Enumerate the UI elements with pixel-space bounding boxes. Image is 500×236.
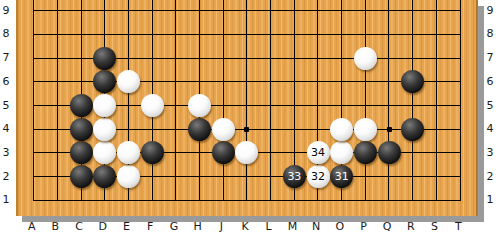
coord-left-9: 9 — [0, 4, 12, 18]
intersection-S1[interactable] — [425, 188, 449, 212]
intersection-G4[interactable] — [164, 117, 188, 141]
intersection-S5[interactable] — [425, 94, 449, 118]
intersection-J8[interactable] — [211, 23, 235, 47]
intersection-Q1[interactable] — [377, 188, 401, 212]
intersection-F6[interactable] — [140, 70, 164, 94]
move-number-label: 32 — [311, 165, 325, 188]
intersection-B4[interactable] — [46, 117, 70, 141]
intersection-O9[interactable] — [330, 0, 354, 23]
intersection-N5[interactable] — [306, 94, 330, 118]
intersection-Q7[interactable] — [377, 46, 401, 70]
intersection-H6[interactable] — [188, 70, 212, 94]
intersection-R3[interactable] — [401, 141, 425, 165]
intersection-B6[interactable] — [46, 70, 70, 94]
intersection-L8[interactable] — [259, 23, 283, 47]
intersection-H7[interactable] — [188, 46, 212, 70]
intersection-L3[interactable] — [259, 141, 283, 165]
intersection-B3[interactable] — [46, 141, 70, 165]
move-number-label: 33 — [287, 165, 301, 188]
intersection-A5[interactable] — [22, 94, 46, 118]
intersection-C7[interactable] — [69, 46, 93, 70]
intersection-R1[interactable] — [401, 188, 425, 212]
intersection-B9[interactable] — [46, 0, 70, 23]
intersection-J9[interactable] — [211, 0, 235, 23]
intersection-A1[interactable] — [22, 188, 46, 212]
white-stone-P7 — [354, 47, 377, 70]
intersection-M3[interactable] — [282, 141, 306, 165]
intersection-P5[interactable] — [353, 94, 377, 118]
intersection-R2[interactable] — [401, 165, 425, 189]
intersection-G3[interactable] — [164, 141, 188, 165]
black-stone-M2-move-33: 33 — [283, 165, 306, 188]
intersection-M7[interactable] — [282, 46, 306, 70]
intersection-L2[interactable] — [259, 165, 283, 189]
intersection-E9[interactable] — [117, 0, 141, 23]
intersection-Q2[interactable] — [377, 165, 401, 189]
black-stone-D7 — [93, 47, 116, 70]
coord-bottom-R: R — [399, 220, 423, 233]
intersection-E4[interactable] — [117, 117, 141, 141]
intersection-D1[interactable] — [93, 188, 117, 212]
intersection-L1[interactable] — [259, 188, 283, 212]
intersection-F2[interactable] — [140, 165, 164, 189]
intersection-M8[interactable] — [282, 23, 306, 47]
intersection-S3[interactable] — [425, 141, 449, 165]
intersection-T9[interactable] — [448, 0, 472, 23]
white-stone-P4 — [354, 118, 377, 141]
intersection-M9[interactable] — [282, 0, 306, 23]
intersection-Q5[interactable] — [377, 94, 401, 118]
intersection-B8[interactable] — [46, 23, 70, 47]
intersection-F8[interactable] — [140, 23, 164, 47]
intersection-G6[interactable] — [164, 70, 188, 94]
coord-bottom-G: G — [162, 220, 186, 233]
intersection-T8[interactable] — [448, 23, 472, 47]
coord-left-6: 6 — [0, 75, 12, 89]
white-stone-N2-move-32: 32 — [307, 165, 330, 188]
intersection-H3[interactable] — [188, 141, 212, 165]
star-point-Q4 — [387, 127, 392, 132]
intersection-N4[interactable] — [306, 117, 330, 141]
intersection-Q6[interactable] — [377, 70, 401, 94]
intersection-D9[interactable] — [93, 0, 117, 23]
intersection-J7[interactable] — [211, 46, 235, 70]
intersection-N7[interactable] — [306, 46, 330, 70]
intersection-H1[interactable] — [188, 188, 212, 212]
black-stone-C2 — [70, 165, 93, 188]
coord-left-1: 1 — [0, 193, 12, 207]
white-stone-N3-move-34: 34 — [307, 141, 330, 164]
intersection-G2[interactable] — [164, 165, 188, 189]
intersection-A4[interactable] — [22, 117, 46, 141]
intersection-B1[interactable] — [46, 188, 70, 212]
coord-bottom-N: N — [304, 220, 328, 233]
white-stone-H5 — [188, 94, 211, 117]
intersection-S2[interactable] — [425, 165, 449, 189]
star-point-K4 — [244, 127, 249, 132]
move-number-label: 31 — [335, 165, 349, 188]
intersection-O7[interactable] — [330, 46, 354, 70]
coord-bottom-T: T — [446, 220, 470, 233]
intersection-F7[interactable] — [140, 46, 164, 70]
coord-bottom-L: L — [257, 220, 281, 233]
coord-right-7: 7 — [483, 51, 497, 65]
intersection-N9[interactable] — [306, 0, 330, 23]
coord-right-6: 6 — [483, 75, 497, 89]
intersection-K1[interactable] — [235, 188, 259, 212]
intersection-G1[interactable] — [164, 188, 188, 212]
intersection-K8[interactable] — [235, 23, 259, 47]
white-stone-F5 — [141, 94, 164, 117]
intersection-J1[interactable] — [211, 188, 235, 212]
intersection-O5[interactable] — [330, 94, 354, 118]
intersection-S7[interactable] — [425, 46, 449, 70]
intersection-S4[interactable] — [425, 117, 449, 141]
intersection-L5[interactable] — [259, 94, 283, 118]
intersection-Q8[interactable] — [377, 23, 401, 47]
coord-left-4: 4 — [0, 122, 12, 136]
intersection-S8[interactable] — [425, 23, 449, 47]
intersection-P9[interactable] — [353, 0, 377, 23]
intersection-L7[interactable] — [259, 46, 283, 70]
intersection-A3[interactable] — [22, 141, 46, 165]
intersection-K5[interactable] — [235, 94, 259, 118]
black-stone-F3 — [141, 141, 164, 164]
coord-right-8: 8 — [483, 27, 497, 41]
black-stone-C5 — [70, 94, 93, 117]
intersection-B2[interactable] — [46, 165, 70, 189]
coord-right-4: 4 — [483, 122, 497, 136]
coord-bottom-H: H — [186, 220, 210, 233]
intersection-B5[interactable] — [46, 94, 70, 118]
move-number-label: 34 — [311, 141, 325, 164]
intersection-E8[interactable] — [117, 23, 141, 47]
intersection-N8[interactable] — [306, 23, 330, 47]
intersection-M5[interactable] — [282, 94, 306, 118]
intersection-D8[interactable] — [93, 23, 117, 47]
intersection-M1[interactable] — [282, 188, 306, 212]
white-stone-D4 — [93, 118, 116, 141]
intersection-E1[interactable] — [117, 188, 141, 212]
intersection-C1[interactable] — [69, 188, 93, 212]
coord-left-7: 7 — [0, 51, 12, 65]
intersection-K7[interactable] — [235, 46, 259, 70]
intersection-T7[interactable] — [448, 46, 472, 70]
black-stone-H4 — [188, 118, 211, 141]
coord-bottom-J: J — [209, 220, 233, 233]
coord-right-1: 1 — [483, 193, 497, 207]
coord-right-9: 9 — [483, 4, 497, 18]
coord-right-2: 2 — [483, 170, 497, 184]
coord-bottom-P: P — [352, 220, 376, 233]
intersection-P6[interactable] — [353, 70, 377, 94]
coord-bottom-B: B — [44, 220, 68, 233]
intersection-O6[interactable] — [330, 70, 354, 94]
intersection-P8[interactable] — [353, 23, 377, 47]
intersection-S6[interactable] — [425, 70, 449, 94]
go-board[interactable]: 33313234 — [16, 0, 479, 216]
intersection-R8[interactable] — [401, 23, 425, 47]
intersection-S9[interactable] — [425, 0, 449, 23]
intersection-H8[interactable] — [188, 23, 212, 47]
black-stone-Q3 — [378, 141, 401, 164]
intersection-M6[interactable] — [282, 70, 306, 94]
black-stone-C4 — [70, 118, 93, 141]
intersection-N6[interactable] — [306, 70, 330, 94]
intersection-M4[interactable] — [282, 117, 306, 141]
white-stone-E2 — [117, 165, 140, 188]
intersection-T2[interactable] — [448, 165, 472, 189]
intersection-G8[interactable] — [164, 23, 188, 47]
coord-bottom-E: E — [115, 220, 139, 233]
coord-bottom-F: F — [138, 220, 162, 233]
intersection-L6[interactable] — [259, 70, 283, 94]
intersection-C8[interactable] — [69, 23, 93, 47]
intersection-C6[interactable] — [69, 70, 93, 94]
intersection-C9[interactable] — [69, 0, 93, 23]
coord-left-2: 2 — [0, 170, 12, 184]
white-stone-O4 — [330, 118, 353, 141]
intersection-R5[interactable] — [401, 94, 425, 118]
intersection-A7[interactable] — [22, 46, 46, 70]
intersection-E5[interactable] — [117, 94, 141, 118]
intersection-A9[interactable] — [22, 0, 46, 23]
black-stone-C3 — [70, 141, 93, 164]
coord-bottom-Q: Q — [375, 220, 399, 233]
intersection-P2[interactable] — [353, 165, 377, 189]
intersection-G5[interactable] — [164, 94, 188, 118]
intersection-N1[interactable] — [306, 188, 330, 212]
intersection-L4[interactable] — [259, 117, 283, 141]
intersection-T6[interactable] — [448, 70, 472, 94]
intersection-A6[interactable] — [22, 70, 46, 94]
coord-right-5: 5 — [483, 99, 497, 113]
intersection-J6[interactable] — [211, 70, 235, 94]
white-stone-J4 — [212, 118, 235, 141]
intersection-T4[interactable] — [448, 117, 472, 141]
coord-bottom-O: O — [328, 220, 352, 233]
coord-bottom-M: M — [281, 220, 305, 233]
coord-left-5: 5 — [0, 99, 12, 113]
intersection-J2[interactable] — [211, 165, 235, 189]
intersection-T1[interactable] — [448, 188, 472, 212]
intersection-B7[interactable] — [46, 46, 70, 70]
intersection-T5[interactable] — [448, 94, 472, 118]
intersection-R9[interactable] — [401, 0, 425, 23]
intersection-O1[interactable] — [330, 188, 354, 212]
coord-bottom-A: A — [20, 220, 44, 233]
intersection-A8[interactable] — [22, 23, 46, 47]
intersection-L9[interactable] — [259, 0, 283, 23]
intersection-A2[interactable] — [22, 165, 46, 189]
coord-bottom-D: D — [91, 220, 115, 233]
intersection-T3[interactable] — [448, 141, 472, 165]
coord-bottom-K: K — [233, 220, 257, 233]
intersection-Q9[interactable] — [377, 0, 401, 23]
intersection-P1[interactable] — [353, 188, 377, 212]
intersection-H9[interactable] — [188, 0, 212, 23]
coord-left-3: 3 — [0, 146, 12, 160]
coord-bottom-C: C — [67, 220, 91, 233]
intersection-K2[interactable] — [235, 165, 259, 189]
intersection-J5[interactable] — [211, 94, 235, 118]
intersection-K9[interactable] — [235, 0, 259, 23]
intersection-R7[interactable] — [401, 46, 425, 70]
coord-bottom-S: S — [423, 220, 447, 233]
coord-left-8: 8 — [0, 27, 12, 41]
coord-right-3: 3 — [483, 146, 497, 160]
intersection-G9[interactable] — [164, 0, 188, 23]
intersection-F9[interactable] — [140, 0, 164, 23]
go-diagram: 33313234 ABCDEFGHJKLMNOPQRST987654321987… — [0, 0, 500, 236]
intersection-O8[interactable] — [330, 23, 354, 47]
intersection-E7[interactable] — [117, 46, 141, 70]
intersection-H2[interactable] — [188, 165, 212, 189]
intersection-G7[interactable] — [164, 46, 188, 70]
intersection-F1[interactable] — [140, 188, 164, 212]
intersection-F4[interactable] — [140, 117, 164, 141]
black-stone-R4 — [401, 118, 424, 141]
intersection-K6[interactable] — [235, 70, 259, 94]
